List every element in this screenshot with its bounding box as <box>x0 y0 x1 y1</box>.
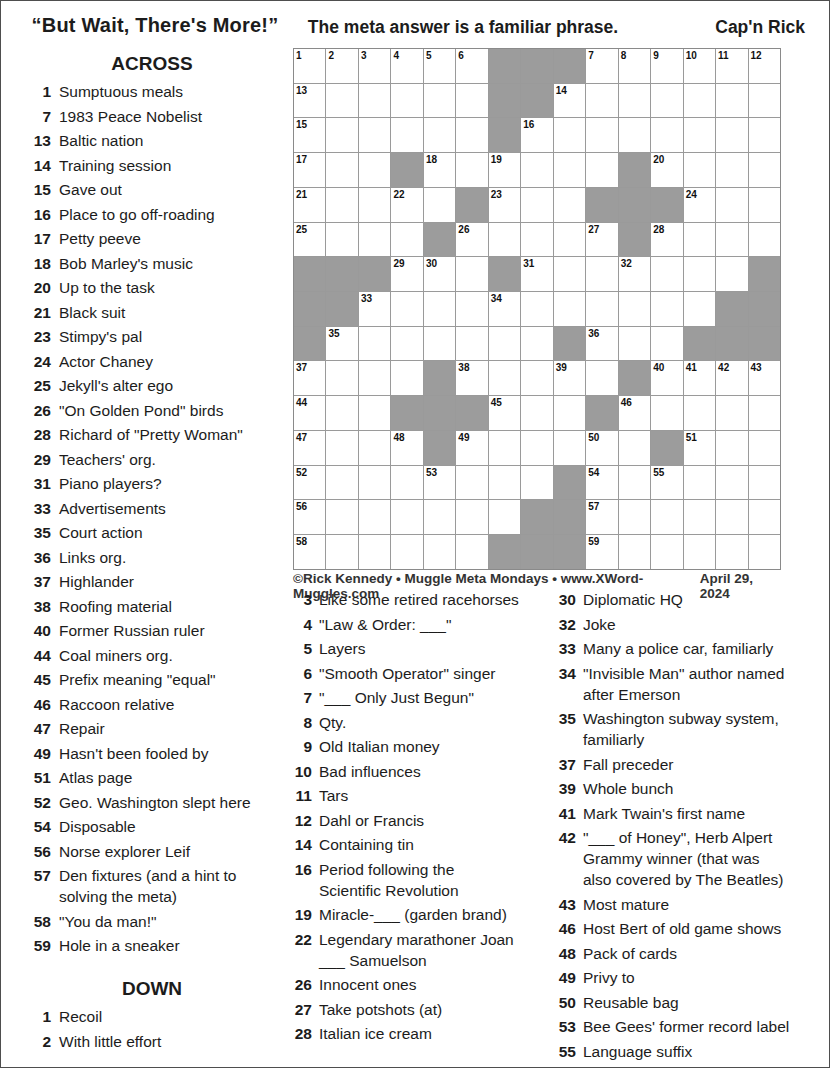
clue-item: 56Norse explorer Leif <box>11 841 293 862</box>
grid-cell[interactable] <box>619 431 650 465</box>
grid-cell[interactable] <box>359 188 390 222</box>
grid-cell[interactable] <box>424 292 455 326</box>
clue-item: 9Old Italian money <box>294 736 548 757</box>
clue-item: 46Host Bert of old game shows <box>557 918 825 939</box>
clue-item: 16Place to go off-roading <box>11 204 293 225</box>
grid-cell[interactable] <box>619 535 650 569</box>
grid-cell[interactable]: 25 <box>294 223 325 257</box>
cell-number: 17 <box>296 154 307 165</box>
clue-item: 57Den fixtures (and a hint to solving th… <box>11 865 293 907</box>
grid-cell-black <box>391 153 422 187</box>
clue-text: Hasn't been fooled by <box>59 743 208 764</box>
clue-text: Bob Marley's music <box>59 253 193 274</box>
clue-text: Up to the task <box>59 277 155 298</box>
grid-cell[interactable]: 2 <box>326 49 357 83</box>
grid-cell[interactable] <box>326 535 357 569</box>
clue-number: 51 <box>11 767 51 788</box>
cell-number: 21 <box>296 189 307 200</box>
clue-text: Baltic nation <box>59 130 143 151</box>
grid-cell[interactable] <box>619 500 650 534</box>
clue-number: 3 <box>294 589 312 610</box>
grid-cell[interactable] <box>521 153 552 187</box>
grid-cell[interactable] <box>326 361 357 395</box>
grid-cell[interactable] <box>456 327 487 361</box>
grid-cell[interactable] <box>489 500 520 534</box>
grid-cell[interactable] <box>391 84 422 118</box>
grid-cell[interactable]: 27 <box>586 223 617 257</box>
grid-cell-black <box>749 327 780 361</box>
clue-number: 59 <box>11 935 51 956</box>
cell-number: 45 <box>491 397 502 408</box>
clue-number: 29 <box>11 449 51 470</box>
grid-cell[interactable] <box>749 500 780 534</box>
grid-cell[interactable] <box>521 361 552 395</box>
cell-number: 6 <box>458 50 464 61</box>
grid-cell[interactable]: 1 <box>294 49 325 83</box>
grid-cell[interactable] <box>586 257 617 291</box>
grid-cell-black <box>521 84 552 118</box>
grid-cell[interactable] <box>424 535 455 569</box>
clue-number: 8 <box>294 712 312 733</box>
grid-cell[interactable] <box>359 118 390 152</box>
grid-cell[interactable] <box>391 223 422 257</box>
clue-text: Privy to <box>583 967 635 988</box>
grid-cell[interactable] <box>456 84 487 118</box>
grid-cell[interactable]: 36 <box>586 327 617 361</box>
grid-cell[interactable]: 53 <box>424 466 455 500</box>
grid-cell[interactable] <box>749 188 780 222</box>
clue-number: 25 <box>11 375 51 396</box>
clue-item: 41Mark Twain's first name <box>557 803 825 824</box>
grid-cell[interactable] <box>716 153 747 187</box>
grid-cell[interactable] <box>456 535 487 569</box>
clue-text: Place to go off-roading <box>59 204 215 225</box>
grid-cell[interactable] <box>456 257 487 291</box>
grid-cell[interactable]: 31 <box>521 257 552 291</box>
grid-cell[interactable]: 23 <box>489 188 520 222</box>
grid-cell[interactable]: 46 <box>619 396 650 430</box>
grid-cell[interactable] <box>749 466 780 500</box>
cell-number: 46 <box>621 397 632 408</box>
author-name: Cap'n Rick <box>715 17 805 38</box>
grid-cell[interactable] <box>651 292 682 326</box>
cell-number: 38 <box>458 362 469 373</box>
grid-cell[interactable]: 34 <box>489 292 520 326</box>
grid-cell[interactable] <box>651 396 682 430</box>
grid-cell[interactable]: 16 <box>521 118 552 152</box>
grid-cell[interactable]: 35 <box>326 327 357 361</box>
clue-number: 47 <box>11 718 51 739</box>
grid-cell[interactable] <box>684 84 715 118</box>
grid-cell[interactable]: 58 <box>294 535 325 569</box>
clue-text: Most mature <box>583 894 669 915</box>
clue-text: "Law & Order: ___" <box>319 614 451 635</box>
clue-item: 46Raccoon relative <box>11 694 293 715</box>
clue-item: 1Recoil <box>11 1006 293 1027</box>
grid-cell[interactable] <box>716 535 747 569</box>
grid-cell[interactable]: 21 <box>294 188 325 222</box>
grid-cell[interactable] <box>716 500 747 534</box>
grid-cell[interactable]: 26 <box>456 223 487 257</box>
grid-cell[interactable]: 51 <box>684 431 715 465</box>
clue-text: Old Italian money <box>319 736 440 757</box>
grid-cell[interactable] <box>489 466 520 500</box>
grid-cell[interactable] <box>391 292 422 326</box>
clue-text: Whole bunch <box>583 778 673 799</box>
grid-cell[interactable] <box>554 431 585 465</box>
clue-number: 46 <box>11 694 51 715</box>
grid-cell[interactable] <box>521 292 552 326</box>
grid-cell[interactable] <box>489 327 520 361</box>
grid-cell[interactable] <box>651 535 682 569</box>
grid-cell[interactable] <box>326 223 357 257</box>
grid-cell[interactable]: 47 <box>294 431 325 465</box>
grid-cell[interactable] <box>716 84 747 118</box>
grid-cell[interactable]: 44 <box>294 396 325 430</box>
cell-number: 48 <box>393 432 404 443</box>
clue-text: Innocent ones <box>319 974 416 995</box>
clue-text: Recoil <box>59 1006 102 1027</box>
clue-number: 56 <box>11 841 51 862</box>
grid-cell[interactable] <box>359 396 390 430</box>
grid-cell[interactable] <box>326 188 357 222</box>
clue-item: 5Layers <box>294 638 548 659</box>
grid-cell[interactable]: 56 <box>294 500 325 534</box>
grid-cell[interactable] <box>749 535 780 569</box>
clue-text: Bee Gees' former record label <box>583 1016 789 1037</box>
grid-cell[interactable] <box>521 327 552 361</box>
grid-cell-black <box>521 535 552 569</box>
clue-item: 34"Invisible Man" author named after Eme… <box>557 663 825 705</box>
grid-cell[interactable]: 50 <box>586 431 617 465</box>
grid-cell[interactable] <box>716 188 747 222</box>
grid-cell[interactable] <box>619 292 650 326</box>
grid-cell[interactable]: 14 <box>554 84 585 118</box>
grid-cell[interactable]: 41 <box>684 361 715 395</box>
cell-number: 26 <box>458 224 469 235</box>
grid-cell[interactable]: 32 <box>619 257 650 291</box>
grid-cell[interactable] <box>749 153 780 187</box>
grid-cell[interactable]: 30 <box>424 257 455 291</box>
grid-cell[interactable] <box>521 466 552 500</box>
grid-cell[interactable] <box>521 223 552 257</box>
clue-text: Pack of cards <box>583 943 677 964</box>
clue-item: 53Bee Gees' former record label <box>557 1016 825 1037</box>
clue-text: Many a police car, familiarly <box>583 638 773 659</box>
grid-cell[interactable] <box>619 327 650 361</box>
grid-cell[interactable] <box>619 466 650 500</box>
grid-cell[interactable]: 38 <box>456 361 487 395</box>
grid-cell[interactable]: 40 <box>651 361 682 395</box>
grid-cell[interactable] <box>619 84 650 118</box>
grid-cell[interactable] <box>489 431 520 465</box>
cell-number: 13 <box>296 85 307 96</box>
clue-text: Miracle-___ (garden brand) <box>319 904 507 925</box>
grid-cell[interactable]: 3 <box>359 49 390 83</box>
grid-cell[interactable] <box>359 361 390 395</box>
grid-cell[interactable] <box>684 396 715 430</box>
grid-cell[interactable] <box>749 84 780 118</box>
grid-cell[interactable]: 8 <box>619 49 650 83</box>
grid-cell[interactable]: 7 <box>586 49 617 83</box>
grid-cell[interactable]: 11 <box>716 49 747 83</box>
grid-cell[interactable] <box>651 327 682 361</box>
grid-cell[interactable] <box>651 257 682 291</box>
clue-number: 30 <box>557 589 576 610</box>
grid-cell[interactable] <box>391 535 422 569</box>
grid-cell[interactable] <box>749 118 780 152</box>
grid-cell[interactable] <box>554 153 585 187</box>
grid-cell[interactable]: 18 <box>424 153 455 187</box>
grid-cell[interactable] <box>456 292 487 326</box>
grid-cell[interactable]: 45 <box>489 396 520 430</box>
grid-cell[interactable] <box>749 431 780 465</box>
grid-cell[interactable] <box>749 396 780 430</box>
grid-cell[interactable]: 10 <box>684 49 715 83</box>
clue-number: 35 <box>11 522 51 543</box>
grid-cell-black <box>554 500 585 534</box>
clue-text: Teachers' org. <box>59 449 156 470</box>
grid-cell[interactable] <box>424 84 455 118</box>
cell-number: 3 <box>361 50 367 61</box>
grid-cell[interactable]: 37 <box>294 361 325 395</box>
clue-item: 42"___ of Honey", Herb Alpert Grammy win… <box>557 827 825 890</box>
grid-cell-black <box>684 327 715 361</box>
grid-cell[interactable]: 59 <box>586 535 617 569</box>
clue-item: 25Jekyll's alter ego <box>11 375 293 396</box>
grid-cell[interactable] <box>359 431 390 465</box>
clue-number: 50 <box>557 992 576 1013</box>
grid-cell[interactable]: 15 <box>294 118 325 152</box>
clue-text: Host Bert of old game shows <box>583 918 781 939</box>
down-clue-list-left: 1Recoil2With little effort <box>11 1006 293 1052</box>
clue-number: 22 <box>294 929 312 971</box>
grid-cell[interactable] <box>684 466 715 500</box>
clue-number: 38 <box>11 596 51 617</box>
grid-cell[interactable]: 55 <box>651 466 682 500</box>
grid-cell[interactable] <box>684 500 715 534</box>
grid-cell[interactable] <box>391 361 422 395</box>
clue-item: 17Petty peeve <box>11 228 293 249</box>
grid-cell[interactable] <box>489 223 520 257</box>
grid-cell[interactable]: 29 <box>391 257 422 291</box>
clue-text: Joke <box>583 614 616 635</box>
grid-cell[interactable] <box>424 118 455 152</box>
grid-cell[interactable]: 52 <box>294 466 325 500</box>
grid-cell[interactable] <box>586 118 617 152</box>
grid-cell[interactable]: 42 <box>716 361 747 395</box>
grid-cell[interactable] <box>619 118 650 152</box>
clue-number: 26 <box>11 400 51 421</box>
clue-item: 39Whole bunch <box>557 778 825 799</box>
grid-cell[interactable] <box>456 153 487 187</box>
grid-cell[interactable] <box>326 153 357 187</box>
grid-cell[interactable] <box>749 223 780 257</box>
grid-cell[interactable] <box>716 431 747 465</box>
grid-cell[interactable] <box>651 118 682 152</box>
clue-number: 36 <box>11 547 51 568</box>
grid-cell[interactable] <box>326 118 357 152</box>
clue-item: 38Roofing material <box>11 596 293 617</box>
grid-cell[interactable] <box>716 466 747 500</box>
across-clue-list: 1Sumptuous meals71983 Peace Nobelist13Ba… <box>11 81 293 956</box>
grid-cell[interactable] <box>424 327 455 361</box>
grid-cell[interactable] <box>554 188 585 222</box>
clue-number: 9 <box>294 736 312 757</box>
page-title: “But Wait, There's More!” <box>9 14 301 37</box>
grid-cell[interactable]: 22 <box>391 188 422 222</box>
grid-cell[interactable] <box>359 153 390 187</box>
clue-item: 40Former Russian ruler <box>11 620 293 641</box>
grid-cell[interactable]: 4 <box>391 49 422 83</box>
clue-number: 34 <box>557 663 576 705</box>
grid-cell[interactable]: 57 <box>586 500 617 534</box>
clue-number: 41 <box>557 803 576 824</box>
grid-cell[interactable]: 39 <box>554 361 585 395</box>
grid-cell-black <box>489 49 520 83</box>
grid-cell[interactable] <box>716 257 747 291</box>
grid-cell[interactable] <box>684 118 715 152</box>
clue-text: Petty peeve <box>59 228 141 249</box>
grid-cell-black <box>456 396 487 430</box>
clue-number: 2 <box>11 1031 51 1052</box>
grid-cell-black <box>424 431 455 465</box>
grid-cell[interactable] <box>326 500 357 534</box>
clue-text: Language suffix <box>583 1041 692 1062</box>
clue-text: 1983 Peace Nobelist <box>59 106 202 127</box>
grid-cell[interactable] <box>554 396 585 430</box>
grid-cell-black <box>651 188 682 222</box>
grid-cell[interactable]: 28 <box>651 223 682 257</box>
grid-cell[interactable]: 43 <box>749 361 780 395</box>
grid-cell[interactable] <box>521 431 552 465</box>
grid-cell[interactable] <box>391 118 422 152</box>
clue-item: 15Gave out <box>11 179 293 200</box>
grid-cell[interactable] <box>359 223 390 257</box>
cell-number: 51 <box>686 432 697 443</box>
cell-number: 15 <box>296 119 307 130</box>
grid-cell[interactable] <box>684 292 715 326</box>
clue-item: 37Fall preceder <box>557 754 825 775</box>
grid-cell[interactable]: 54 <box>586 466 617 500</box>
grid-cell[interactable] <box>716 396 747 430</box>
clue-text: Gave out <box>59 179 122 200</box>
grid-cell[interactable]: 13 <box>294 84 325 118</box>
puzzle-page: “But Wait, There's More!” The meta answe… <box>0 0 830 1068</box>
grid-cell[interactable] <box>554 257 585 291</box>
clue-item: 13Baltic nation <box>11 130 293 151</box>
grid-cell-black <box>456 188 487 222</box>
grid-cell[interactable] <box>456 466 487 500</box>
cell-number: 30 <box>426 258 437 269</box>
grid-cell[interactable] <box>456 500 487 534</box>
grid-cell[interactable] <box>326 396 357 430</box>
grid-cell[interactable] <box>716 118 747 152</box>
grid-cell[interactable] <box>391 466 422 500</box>
grid-cell[interactable] <box>586 153 617 187</box>
clue-text: With little effort <box>59 1031 161 1052</box>
clue-item: 24Actor Chaney <box>11 351 293 372</box>
clue-item: 19Miracle-___ (garden brand) <box>294 904 548 925</box>
grid-cell[interactable]: 49 <box>456 431 487 465</box>
grid-cell[interactable] <box>391 500 422 534</box>
clue-number: 44 <box>11 645 51 666</box>
grid-cell[interactable] <box>684 153 715 187</box>
clue-text: Piano players? <box>59 473 162 494</box>
grid-cell[interactable]: 48 <box>391 431 422 465</box>
grid-cell[interactable] <box>424 188 455 222</box>
grid-cell[interactable] <box>359 84 390 118</box>
grid-cell[interactable]: 12 <box>749 49 780 83</box>
clue-item: 36Links org. <box>11 547 293 568</box>
cell-number: 44 <box>296 397 307 408</box>
grid-cell[interactable]: 5 <box>424 49 455 83</box>
clue-item: 14Containing tin <box>294 834 548 855</box>
grid-cell[interactable] <box>554 118 585 152</box>
grid-cell[interactable] <box>359 535 390 569</box>
grid-cell[interactable] <box>684 223 715 257</box>
grid-cell[interactable] <box>326 466 357 500</box>
grid-cell[interactable] <box>684 535 715 569</box>
grid-cell[interactable] <box>456 118 487 152</box>
grid-cell[interactable] <box>651 84 682 118</box>
grid-cell[interactable]: 9 <box>651 49 682 83</box>
grid-cell-black <box>489 257 520 291</box>
clue-item: 50Reusable bag <box>557 992 825 1013</box>
grid-cell[interactable] <box>586 361 617 395</box>
grid-cell[interactable]: 19 <box>489 153 520 187</box>
grid-cell[interactable] <box>554 292 585 326</box>
grid-cell[interactable] <box>716 223 747 257</box>
grid-cell[interactable] <box>424 500 455 534</box>
grid-cell-black <box>521 49 552 83</box>
grid-cell[interactable] <box>586 292 617 326</box>
clue-number: 46 <box>557 918 576 939</box>
cell-number: 14 <box>556 85 567 96</box>
grid-cell[interactable] <box>326 431 357 465</box>
grid-cell-black <box>359 257 390 291</box>
clue-text: Washington subway system, familiarly <box>583 708 779 750</box>
grid-cell-black <box>326 292 357 326</box>
grid-cell-black <box>586 396 617 430</box>
grid-cell[interactable]: 20 <box>651 153 682 187</box>
clue-item: 48Pack of cards <box>557 943 825 964</box>
grid-cell[interactable] <box>554 223 585 257</box>
grid-cell[interactable] <box>359 500 390 534</box>
grid-cell[interactable] <box>489 361 520 395</box>
grid-cell[interactable] <box>586 84 617 118</box>
grid-cell[interactable] <box>684 257 715 291</box>
grid-cell[interactable] <box>521 188 552 222</box>
grid-cell[interactable] <box>391 327 422 361</box>
grid-cell[interactable] <box>326 84 357 118</box>
cell-number: 25 <box>296 224 307 235</box>
clue-text: Advertisements <box>59 498 166 519</box>
grid-cell[interactable]: 6 <box>456 49 487 83</box>
clue-text: Actor Chaney <box>59 351 153 372</box>
grid-cell[interactable] <box>521 396 552 430</box>
grid-cell[interactable]: 24 <box>684 188 715 222</box>
grid-cell[interactable]: 33 <box>359 292 390 326</box>
grid-cell[interactable] <box>651 500 682 534</box>
clue-text: Take potshots (at) <box>319 999 442 1020</box>
grid-cell[interactable]: 17 <box>294 153 325 187</box>
grid-cell[interactable] <box>359 327 390 361</box>
clue-text: Prefix meaning "equal" <box>59 669 216 690</box>
cell-number: 54 <box>588 467 599 478</box>
clue-text: Repair <box>59 718 105 739</box>
grid-cell[interactable] <box>359 466 390 500</box>
